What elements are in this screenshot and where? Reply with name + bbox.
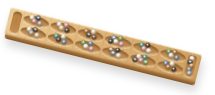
stone-dark (170, 66, 176, 72)
stone-pink (119, 41, 125, 47)
pit-bottom-1[interactable] (20, 25, 48, 41)
photo-stage (0, 0, 215, 95)
stone-dark (64, 27, 70, 33)
stone-blue (61, 39, 67, 45)
stone-blue (173, 54, 179, 60)
mancala-board (3, 7, 202, 87)
stone-green (143, 59, 149, 65)
stone-pink (88, 46, 94, 52)
stone-cream (34, 32, 40, 38)
stone-brown (91, 34, 97, 40)
pit-bottom-3[interactable] (74, 39, 102, 55)
stone-gray (37, 20, 43, 26)
stone-white (116, 52, 122, 58)
stone-gray (186, 71, 192, 77)
pit-bottom-2[interactable] (47, 32, 75, 48)
stone-white (146, 48, 152, 54)
